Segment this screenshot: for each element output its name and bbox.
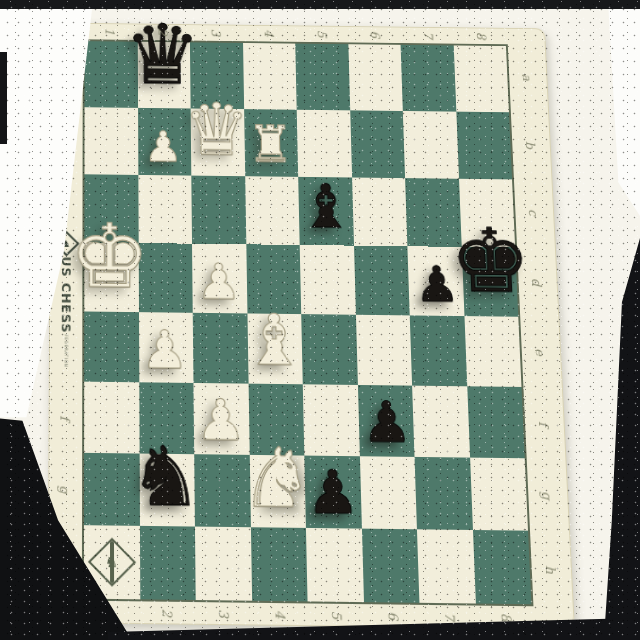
coordinate-labels: 1122334455667788aabbccdeffgghh	[51, 23, 545, 29]
pieces-layer: ♛♟♛♜♝♚♟♟♚♟♝♟♟♞♞♟	[82, 39, 534, 606]
piece-white-B-e4: ♝	[246, 313, 302, 384]
rank-label-top-3: 3	[208, 29, 222, 37]
file-label-left-h: h	[56, 559, 71, 568]
rank-label-top-2: 2	[155, 28, 169, 36]
dark-table-right-edge	[598, 238, 640, 640]
piece-black-Q-a2: ♛	[136, 40, 190, 107]
rank-label-bottom-2: 2	[159, 609, 174, 618]
file-label-right-e: e	[532, 348, 547, 356]
rank-label-top-8: 8	[474, 32, 489, 40]
file-label-right-h: h	[542, 565, 557, 574]
file-label-left-a: a	[58, 69, 72, 76]
file-label-right-f: f	[535, 421, 550, 426]
us-chess-logo: ♞ US CHESS FEDERATION	[50, 234, 82, 345]
piece-white-P-f3: ♟	[192, 383, 248, 455]
rank-label-top-1: 1	[102, 28, 116, 36]
overexposed-top-right	[604, 6, 640, 216]
us-chess-knight-icon: ♞	[53, 231, 79, 257]
file-label-right-g: g	[539, 492, 554, 501]
file-label-left-f: f	[57, 415, 72, 420]
piece-white-P-b2: ♟	[136, 106, 190, 174]
file-label-right-b: b	[522, 141, 537, 149]
rank-label-bottom-1: 1	[103, 608, 118, 617]
piece-black-P-g5: ♟	[304, 457, 362, 531]
dark-table-left-sliver	[0, 52, 7, 144]
rank-label-bottom-5: 5	[328, 611, 343, 620]
file-label-left-b: b	[58, 135, 72, 143]
us-chess-logo-text: US CHESS	[59, 256, 72, 333]
piece-white-Q-b3: ♛	[190, 107, 245, 175]
piece-white-P-e2: ♟	[137, 312, 192, 383]
piece-white-N-g4: ♞	[249, 456, 306, 530]
file-label-right-a: a	[519, 74, 534, 81]
rank-label-bottom-7: 7	[441, 612, 456, 621]
piece-black-K-d8: ♚	[463, 246, 521, 316]
us-chess-logo-subtext: FEDERATION	[63, 334, 68, 367]
piece-black-N-g2: ♞	[138, 455, 194, 529]
rank-label-bottom-4: 4	[272, 610, 287, 619]
piece-black-P-f6: ♟	[358, 385, 416, 457]
file-label-left-g: g	[57, 486, 72, 495]
piece-white-P-d3: ♟	[191, 243, 246, 313]
rank-label-bottom-3: 3	[215, 609, 230, 618]
rank-label-bottom-8: 8	[498, 613, 514, 622]
file-label-right-c: c	[525, 209, 540, 216]
photo-stage: ♞ US CHESS FEDERATION ♞ ♛♟♛♜♝♚♟♟♚♟♝♟♟♞♞♟…	[0, 0, 640, 640]
piece-white-K-d1: ♚	[82, 242, 137, 312]
rank-label-top-6: 6	[367, 31, 381, 39]
piece-black-P-d7: ♟	[408, 246, 465, 316]
board-area: ♞ ♛♟♛♜♝♚♟♟♚♟♝♟♟♞♞♟	[82, 39, 534, 606]
file-label-right-d: d	[529, 278, 544, 286]
piece-white-R-b4: ♜	[243, 108, 298, 176]
file-label-left-c: c	[58, 204, 73, 211]
rank-label-top-4: 4	[261, 29, 275, 37]
rank-label-top-5: 5	[314, 30, 328, 38]
board-mat: ♞ US CHESS FEDERATION ♞ ♛♟♛♜♝♚♟♟♚♟♝♟♟♞♞♟…	[48, 23, 575, 630]
piece-black-B-c5: ♝	[298, 176, 354, 245]
board-scene: ♞ US CHESS FEDERATION ♞ ♛♟♛♜♝♚♟♟♚♟♝♟♟♞♞♟…	[48, 4, 570, 624]
rank-label-bottom-6: 6	[385, 611, 400, 620]
rank-label-top-7: 7	[420, 31, 434, 39]
